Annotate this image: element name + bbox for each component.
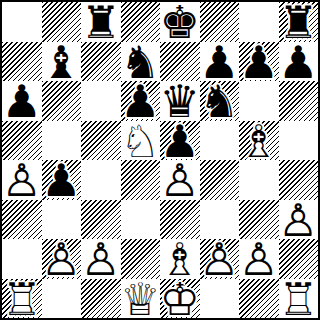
- piece-halo: ♟: [2, 161, 42, 201]
- square-f6[interactable]: ♞♞: [200, 81, 240, 121]
- piece-halo: ♚: [160, 280, 200, 320]
- piece-halo: ♟: [200, 43, 240, 83]
- white-rook-icon: ♖: [2, 277, 42, 320]
- piece-halo: ♟: [200, 240, 240, 280]
- white-pawn-icon: ♙: [41, 237, 81, 282]
- square-a7[interactable]: [2, 42, 42, 82]
- square-e4[interactable]: ♟♙: [160, 160, 200, 200]
- square-d1[interactable]: ♛♕: [121, 279, 161, 319]
- piece-white-pawn: ♟♙: [239, 240, 279, 280]
- piece-white-rook: ♜♖: [279, 280, 319, 320]
- piece-halo: ♟: [2, 82, 42, 122]
- square-f5[interactable]: [200, 121, 240, 161]
- white-pawn-icon: ♙: [2, 158, 42, 203]
- piece-white-pawn: ♟♙: [160, 161, 200, 201]
- square-a4[interactable]: ♟♙: [2, 160, 42, 200]
- square-d6[interactable]: ♟♟: [121, 81, 161, 121]
- black-rook-icon: ♜: [278, 0, 318, 45]
- piece-halo: ♝: [239, 122, 279, 162]
- square-f1[interactable]: [200, 279, 240, 319]
- piece-black-king: ♚♚: [160, 3, 200, 43]
- square-a3[interactable]: [2, 200, 42, 240]
- square-a5[interactable]: [2, 121, 42, 161]
- square-d2[interactable]: [121, 239, 161, 279]
- piece-halo: ♜: [2, 280, 42, 320]
- piece-halo: ♜: [279, 3, 319, 43]
- piece-black-pawn: ♟♟: [160, 122, 200, 162]
- square-c1[interactable]: [81, 279, 121, 319]
- square-f8[interactable]: [200, 2, 240, 42]
- white-knight-icon: ♘: [120, 119, 160, 164]
- piece-halo: ♝: [42, 43, 82, 83]
- piece-black-knight: ♞♞: [121, 43, 161, 83]
- square-b2[interactable]: ♟♙: [42, 239, 82, 279]
- piece-halo: ♚: [160, 3, 200, 43]
- piece-halo: ♟: [160, 161, 200, 201]
- black-pawn-icon: ♟: [239, 40, 279, 85]
- piece-halo: ♟: [81, 240, 121, 280]
- square-a1[interactable]: ♜♖: [2, 279, 42, 319]
- piece-halo: ♛: [160, 82, 200, 122]
- square-d7[interactable]: ♞♞: [121, 42, 161, 82]
- piece-halo: ♜: [81, 3, 121, 43]
- piece-white-bishop: ♝♗: [239, 122, 279, 162]
- square-e1[interactable]: ♚♔: [160, 279, 200, 319]
- piece-black-pawn: ♟♟: [2, 82, 42, 122]
- piece-halo: ♟: [279, 201, 319, 241]
- square-h5[interactable]: [279, 121, 319, 161]
- white-queen-icon: ♕: [120, 277, 160, 320]
- square-e3[interactable]: [160, 200, 200, 240]
- piece-white-queen: ♛♕: [121, 280, 161, 320]
- square-c4[interactable]: [81, 160, 121, 200]
- square-h4[interactable]: [279, 160, 319, 200]
- piece-white-pawn: ♟♙: [42, 240, 82, 280]
- piece-halo: ♟: [160, 122, 200, 162]
- square-e5[interactable]: ♟♟: [160, 121, 200, 161]
- square-b5[interactable]: [42, 121, 82, 161]
- square-e2[interactable]: ♝♗: [160, 239, 200, 279]
- piece-black-queen: ♛♛: [160, 82, 200, 122]
- piece-black-bishop: ♝♝: [42, 43, 82, 83]
- square-h8[interactable]: ♜♜: [279, 2, 319, 42]
- white-king-icon: ♔: [160, 277, 200, 320]
- black-pawn-icon: ♟: [120, 79, 160, 124]
- white-pawn-icon: ♙: [239, 237, 279, 282]
- white-pawn-icon: ♙: [199, 237, 239, 282]
- black-pawn-icon: ♟: [199, 40, 239, 85]
- black-rook-icon: ♜: [81, 0, 121, 45]
- piece-halo: ♞: [121, 43, 161, 83]
- square-d4[interactable]: [121, 160, 161, 200]
- square-e8[interactable]: ♚♚: [160, 2, 200, 42]
- black-king-icon: ♚: [160, 0, 200, 45]
- square-h1[interactable]: ♜♖: [279, 279, 319, 319]
- white-pawn-icon: ♙: [81, 237, 121, 282]
- square-h2[interactable]: [279, 239, 319, 279]
- piece-halo: ♞: [121, 122, 161, 162]
- white-bishop-icon: ♗: [160, 237, 200, 282]
- square-h6[interactable]: [279, 81, 319, 121]
- piece-black-pawn: ♟♟: [121, 82, 161, 122]
- square-c5[interactable]: [81, 121, 121, 161]
- piece-black-pawn: ♟♟: [200, 43, 240, 83]
- piece-halo: ♟: [42, 240, 82, 280]
- square-g1[interactable]: [239, 279, 279, 319]
- square-c2[interactable]: ♟♙: [81, 239, 121, 279]
- black-pawn-icon: ♟: [278, 40, 318, 85]
- square-b7[interactable]: ♝♝: [42, 42, 82, 82]
- piece-halo: ♝: [160, 240, 200, 280]
- piece-halo: ♟: [42, 161, 82, 201]
- piece-white-bishop: ♝♗: [160, 240, 200, 280]
- piece-white-pawn: ♟♙: [81, 240, 121, 280]
- piece-white-pawn: ♟♙: [279, 201, 319, 241]
- black-pawn-icon: ♟: [160, 119, 200, 164]
- piece-halo: ♜: [279, 280, 319, 320]
- black-knight-icon: ♞: [199, 79, 239, 124]
- piece-halo: ♟: [279, 43, 319, 83]
- piece-white-knight: ♞♘: [121, 122, 161, 162]
- chess-board: ♜♜♚♚♜♜♝♝♞♞♟♟♟♟♟♟♟♟♟♟♛♛♞♞♞♘♟♟♝♗♟♙♟♟♟♙♟♙♟♙…: [0, 0, 320, 320]
- piece-halo: ♟: [239, 240, 279, 280]
- square-c7[interactable]: [81, 42, 121, 82]
- square-g7[interactable]: ♟♟: [239, 42, 279, 82]
- piece-halo: ♟: [239, 43, 279, 83]
- piece-white-rook: ♜♖: [2, 280, 42, 320]
- black-queen-icon: ♛: [160, 79, 200, 124]
- square-g2[interactable]: ♟♙: [239, 239, 279, 279]
- square-f2[interactable]: ♟♙: [200, 239, 240, 279]
- black-knight-icon: ♞: [120, 40, 160, 85]
- square-g6[interactable]: [239, 81, 279, 121]
- white-pawn-icon: ♙: [278, 198, 318, 243]
- square-c6[interactable]: [81, 81, 121, 121]
- piece-black-pawn: ♟♟: [279, 43, 319, 83]
- piece-white-king: ♚♔: [160, 280, 200, 320]
- square-a6[interactable]: ♟♟: [2, 81, 42, 121]
- white-pawn-icon: ♙: [160, 158, 200, 203]
- piece-black-knight: ♞♞: [200, 82, 240, 122]
- square-b8[interactable]: [42, 2, 82, 42]
- square-b6[interactable]: [42, 81, 82, 121]
- square-f3[interactable]: [200, 200, 240, 240]
- piece-black-pawn: ♟♟: [42, 161, 82, 201]
- piece-black-rook: ♜♜: [279, 3, 319, 43]
- square-g5[interactable]: ♝♗: [239, 121, 279, 161]
- square-b3[interactable]: [42, 200, 82, 240]
- square-e7[interactable]: [160, 42, 200, 82]
- square-f7[interactable]: ♟♟: [200, 42, 240, 82]
- square-e6[interactable]: ♛♛: [160, 81, 200, 121]
- square-g3[interactable]: [239, 200, 279, 240]
- white-rook-icon: ♖: [278, 277, 318, 320]
- square-b4[interactable]: ♟♟: [42, 160, 82, 200]
- square-d8[interactable]: [121, 2, 161, 42]
- black-bishop-icon: ♝: [41, 40, 81, 85]
- square-a8[interactable]: [2, 2, 42, 42]
- piece-white-pawn: ♟♙: [200, 240, 240, 280]
- square-h3[interactable]: ♟♙: [279, 200, 319, 240]
- piece-halo: ♟: [121, 82, 161, 122]
- square-a2[interactable]: [2, 239, 42, 279]
- white-bishop-icon: ♗: [239, 119, 279, 164]
- black-pawn-icon: ♟: [41, 158, 81, 203]
- piece-halo: ♞: [200, 82, 240, 122]
- piece-black-pawn: ♟♟: [239, 43, 279, 83]
- square-g4[interactable]: [239, 160, 279, 200]
- piece-black-rook: ♜♜: [81, 3, 121, 43]
- square-g8[interactable]: [239, 2, 279, 42]
- square-f4[interactable]: [200, 160, 240, 200]
- square-d3[interactable]: [121, 200, 161, 240]
- square-d5[interactable]: ♞♘: [121, 121, 161, 161]
- square-h7[interactable]: ♟♟: [279, 42, 319, 82]
- black-pawn-icon: ♟: [2, 79, 42, 124]
- square-b1[interactable]: [42, 279, 82, 319]
- piece-white-pawn: ♟♙: [2, 161, 42, 201]
- square-c8[interactable]: ♜♜: [81, 2, 121, 42]
- square-c3[interactable]: [81, 200, 121, 240]
- piece-halo: ♛: [121, 280, 161, 320]
